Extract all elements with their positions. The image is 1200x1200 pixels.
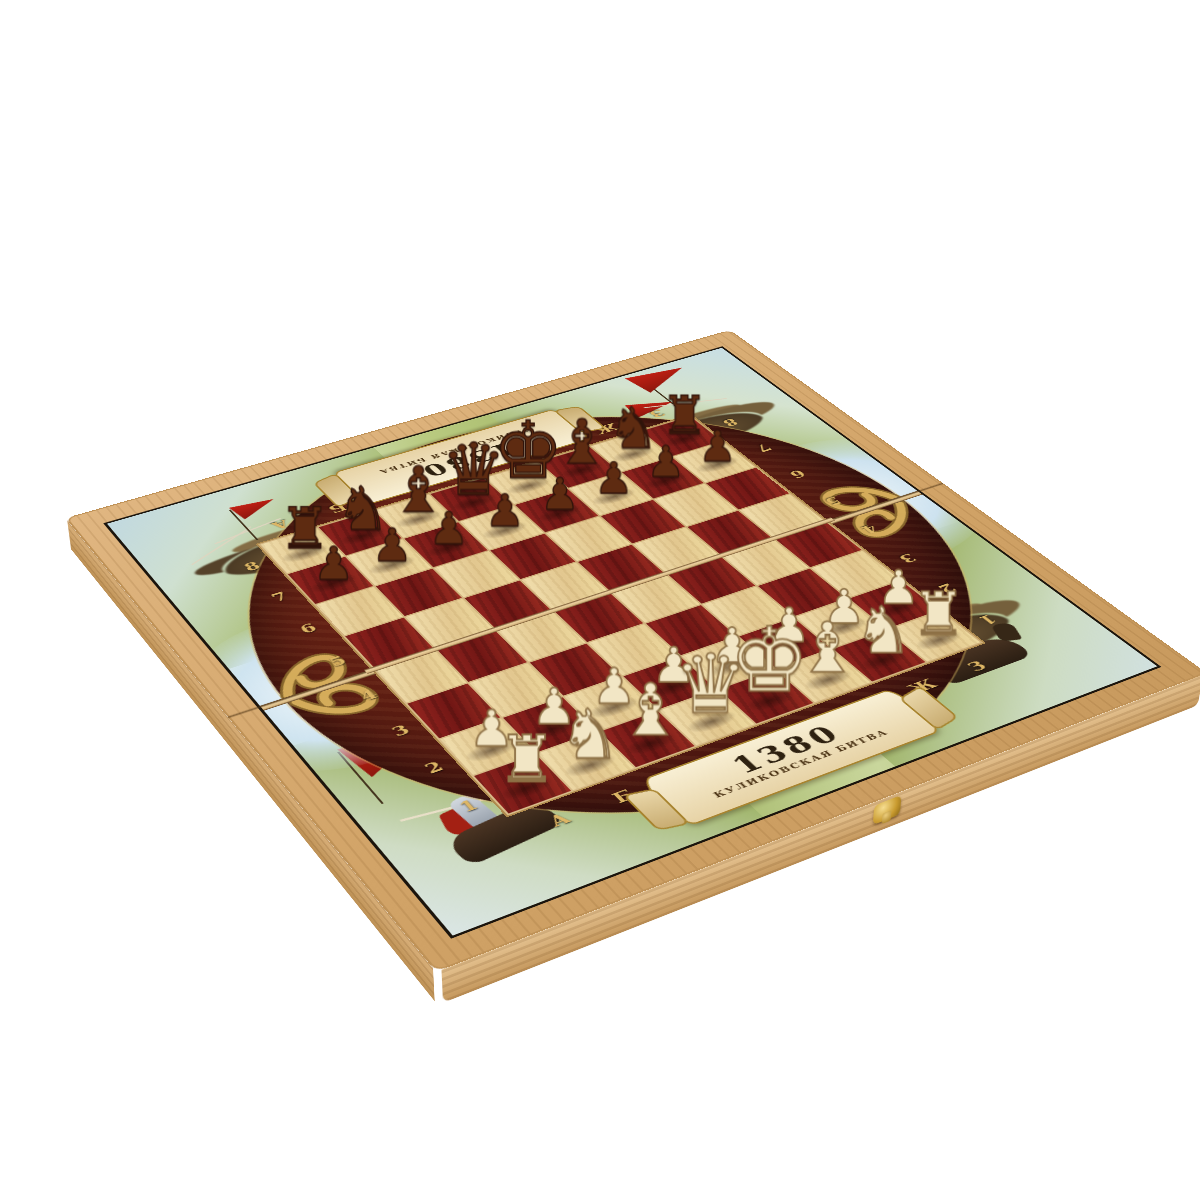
red-flag-art xyxy=(625,364,697,395)
file-label-bottom-В: В xyxy=(666,761,706,785)
chess-set-photo: 8877665544332211ААББВВГГДДЕЕЖЖЗЗ 1380 КУ… xyxy=(0,0,1200,1200)
wooden-case: 8877665544332211ААББВВГГДДЕЕЖЖЗЗ 1380 КУ… xyxy=(65,330,1200,972)
piece-white-rook[interactable]: ♜ xyxy=(455,727,598,792)
red-cape-art xyxy=(439,802,482,840)
file-label-bottom-З: З xyxy=(958,656,996,677)
file-label-bottom-Г: Г xyxy=(727,739,766,762)
file-label-bottom-Б: Б xyxy=(604,784,644,808)
rank-label-left-1: 1 xyxy=(449,794,489,819)
file-label-bottom-А: А xyxy=(539,807,579,832)
rank-label-left-4: 4 xyxy=(350,684,387,706)
rank-label-left-3: 3 xyxy=(382,719,420,742)
flag-pole-art xyxy=(337,752,384,804)
file-label-bottom-Д: Д xyxy=(787,718,826,741)
rank-label-left-5: 5 xyxy=(320,651,356,672)
brass-clasp[interactable] xyxy=(872,795,901,825)
rank-label-left-2: 2 xyxy=(415,756,454,780)
file-label-bottom-Ж: Ж xyxy=(902,676,941,698)
rank-label-left-6: 6 xyxy=(290,618,326,638)
file-label-bottom-Е: Е xyxy=(845,697,884,719)
